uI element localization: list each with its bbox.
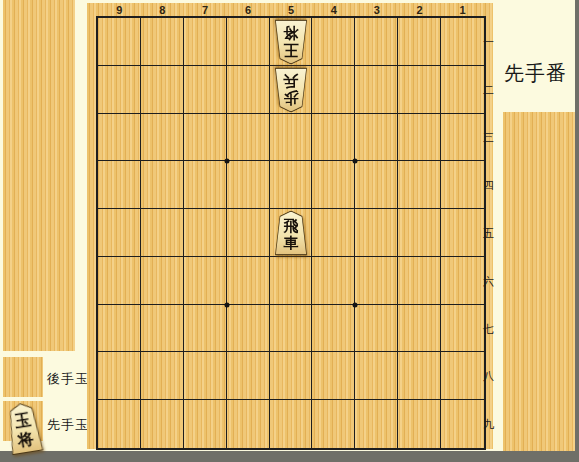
board-cell[interactable] [270,400,313,448]
piece-kanji-top: 歩 [284,88,299,105]
hoshi-dot [353,302,358,307]
board-cell[interactable] [270,352,313,400]
board-cell[interactable] [398,18,441,66]
board-cell[interactable] [98,400,141,448]
board-cell[interactable] [312,209,355,257]
board-cell[interactable] [441,305,484,353]
board-cell[interactable] [184,209,227,257]
board-cell[interactable] [227,209,270,257]
board-cell[interactable] [441,18,484,66]
file-coordinate: 9 [109,4,129,16]
piece-kanji-bottom: 車 [284,235,299,252]
board-cell[interactable] [355,352,398,400]
board-cell[interactable] [227,114,270,162]
board-cell[interactable] [98,18,141,66]
piece-kanji-bottom: 将 [16,429,35,450]
board-cell[interactable] [227,400,270,448]
board-cell[interactable] [441,209,484,257]
board-cell[interactable] [270,114,313,162]
board-cell[interactable] [141,257,184,305]
piece-kanji-top: 飛 [284,218,299,235]
rank-coordinate: 一 [483,34,494,49]
board-cell[interactable] [441,66,484,114]
board-cell[interactable] [270,257,313,305]
rank-coordinates: 一二三四五六七八九 [483,16,494,450]
board-cell[interactable] [184,66,227,114]
board-cell[interactable] [141,18,184,66]
board-cell[interactable] [312,114,355,162]
board-cell[interactable] [441,400,484,448]
board-cell[interactable] [355,161,398,209]
board-cell[interactable] [141,305,184,353]
board-cell[interactable] [441,352,484,400]
rank-coordinate: 八 [483,369,494,384]
rank-coordinate: 四 [483,178,494,193]
rank-coordinate: 二 [483,82,494,97]
board-cell[interactable] [398,352,441,400]
gote-king-slot[interactable] [3,357,43,397]
board-cell[interactable] [398,305,441,353]
hoshi-dot [224,302,229,307]
board-cell[interactable] [184,352,227,400]
turn-indicator: 先手番 [504,60,567,87]
board-cell[interactable] [270,161,313,209]
right-shadow-edge [575,0,579,462]
board-cell[interactable] [227,257,270,305]
board-cell[interactable] [184,114,227,162]
board-cell[interactable] [398,161,441,209]
board-cell[interactable] [184,400,227,448]
piece-kanji-bottom: 兵 [284,71,299,88]
board-cell[interactable] [141,114,184,162]
board-cell[interactable] [312,352,355,400]
board-cell[interactable] [355,400,398,448]
file-coordinate: 3 [367,4,387,16]
board-cell[interactable] [98,209,141,257]
board-cell[interactable] [312,257,355,305]
board-cell[interactable] [398,66,441,114]
piece-gote-king-51[interactable]: 王 将 [272,19,311,64]
board-cell[interactable] [398,400,441,448]
board-cell[interactable] [355,305,398,353]
rank-coordinate: 七 [483,321,494,336]
board-cell[interactable] [184,305,227,353]
board-cell[interactable] [141,209,184,257]
board-cell[interactable] [98,257,141,305]
board-cell[interactable] [355,66,398,114]
shogi-board-editor: 後手玉 先手玉 玉 将 987654321 王 将 [0,0,579,462]
file-coordinate: 6 [238,4,258,16]
board-cell[interactable] [227,305,270,353]
board-cell[interactable] [98,305,141,353]
board-cell[interactable] [355,257,398,305]
file-coordinate: 7 [195,4,215,16]
file-coordinate: 1 [453,4,473,16]
piece-gote-pawn-52[interactable]: 歩 兵 [272,67,311,112]
board-cell[interactable] [312,18,355,66]
file-coordinate: 4 [324,4,344,16]
board-cell[interactable] [441,257,484,305]
bottom-shadow-edge [0,451,579,462]
piece-face: 玉 将 [2,401,45,454]
board-cell[interactable] [355,18,398,66]
board-cell[interactable] [98,161,141,209]
board-cell[interactable] [141,66,184,114]
board-cell[interactable] [227,352,270,400]
piece-kanji-bottom: 将 [284,23,299,40]
board-cell[interactable] [441,114,484,162]
board-cell[interactable] [312,305,355,353]
piece-face: 王 将 [273,20,310,63]
board-grid: 王 将 歩 兵 飛 車 [96,16,486,450]
board-cell[interactable] [441,161,484,209]
board-cell[interactable] [98,352,141,400]
rank-coordinate: 五 [483,226,494,241]
sente-capture-stand [503,112,575,451]
board-cell[interactable] [312,161,355,209]
gote-capture-stand [3,0,75,351]
board-cell[interactable] [312,66,355,114]
piece-face: 飛 車 [273,212,310,255]
board-cell[interactable] [398,114,441,162]
hoshi-dot [224,159,229,164]
hoshi-dot [353,159,358,164]
board-cell[interactable] [184,161,227,209]
board-cell[interactable] [184,18,227,66]
board-cell[interactable] [398,209,441,257]
board-cell[interactable] [98,66,141,114]
board-cell[interactable] [227,66,270,114]
board-cell[interactable] [270,305,313,353]
piece-kanji-top: 王 [284,40,299,57]
piece-face: 歩 兵 [273,68,310,111]
piece-sente-rook-55[interactable]: 飛 車 [272,211,311,256]
board-cell[interactable] [227,161,270,209]
file-coordinate: 5 [281,4,301,16]
board-cell[interactable] [141,161,184,209]
rank-coordinate: 三 [483,130,494,145]
board-cell[interactable] [184,257,227,305]
board-cell[interactable] [141,352,184,400]
board-cell[interactable] [98,114,141,162]
tray-piece-sente-king[interactable]: 玉 将 [1,400,46,455]
board-cell[interactable] [227,18,270,66]
rank-coordinate: 九 [483,417,494,432]
board-cell[interactable] [398,257,441,305]
file-coordinate: 2 [410,4,430,16]
rank-coordinate: 六 [483,273,494,288]
file-coordinate: 8 [152,4,172,16]
board-cell[interactable] [355,114,398,162]
board-cell[interactable] [355,209,398,257]
board-cell[interactable] [312,400,355,448]
board-cell[interactable] [141,400,184,448]
shogi-board: 987654321 王 将 歩 兵 [87,3,493,449]
